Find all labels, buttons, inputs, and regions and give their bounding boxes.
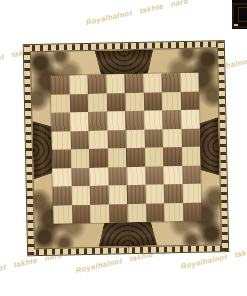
walnut-trapezoid-decoration (199, 117, 219, 175)
board-square (106, 74, 125, 93)
board-square (127, 185, 146, 204)
board-square (182, 165, 201, 184)
board-square (126, 166, 145, 185)
board-square (145, 166, 164, 185)
board-square (53, 205, 72, 224)
board-square (125, 92, 144, 111)
board-square (51, 112, 70, 131)
walnut-trapezoid-decoration (32, 121, 52, 179)
board-square (107, 111, 126, 130)
board-square (182, 184, 201, 203)
board-square (72, 204, 91, 223)
board-square (144, 129, 163, 148)
board-square (180, 91, 199, 110)
logo-frame-inner (238, 7, 247, 22)
board-square (89, 130, 108, 149)
board-square (107, 130, 126, 149)
board-square (146, 203, 165, 222)
board-square (181, 110, 200, 129)
chess-board (23, 40, 229, 256)
board-square (52, 131, 71, 150)
board-square (50, 75, 69, 94)
board-square (126, 148, 145, 167)
board-square (88, 112, 107, 131)
product-photo: Royalhalnot takhte nard Royalhalnot takh… (0, 0, 247, 296)
board-square (90, 204, 109, 223)
board-square (106, 93, 125, 112)
board-square (162, 92, 181, 111)
board-square (143, 92, 162, 111)
board-square (69, 75, 88, 94)
board-square (71, 167, 90, 186)
board-square (163, 129, 182, 148)
logo-mark (234, 24, 238, 26)
board-square (89, 167, 108, 186)
brand-logo-icon (232, 0, 247, 29)
board-square (107, 148, 126, 167)
board-square (126, 129, 145, 148)
board-square (52, 149, 71, 168)
board-square (144, 110, 163, 129)
board-square (108, 185, 127, 204)
board-square (144, 147, 163, 166)
board-square (145, 184, 164, 203)
board-square (162, 110, 181, 129)
board-square (124, 74, 143, 93)
board-square (108, 167, 127, 186)
board-square (89, 149, 108, 168)
board-square (70, 112, 89, 131)
board-square (183, 202, 202, 221)
board-square (90, 186, 109, 205)
board-square (51, 94, 70, 113)
board-square (164, 203, 183, 222)
board-square (52, 168, 71, 187)
board-square (70, 131, 89, 150)
board-square (127, 203, 146, 222)
board-square (163, 166, 182, 185)
board-square (181, 147, 200, 166)
board-square (69, 94, 88, 113)
board-square (109, 204, 128, 223)
watermark-text: Royalhalnot takhte nard (85, 0, 189, 27)
board-square (71, 186, 90, 205)
board-square (88, 93, 107, 112)
board-square (163, 147, 182, 166)
board-square (180, 73, 199, 92)
board-square (143, 73, 162, 92)
board-square (87, 75, 106, 94)
board-square (70, 149, 89, 168)
board-square (125, 111, 144, 130)
board-square (181, 128, 200, 147)
board-square (161, 73, 180, 92)
board-square (53, 186, 72, 205)
board-square (164, 184, 183, 203)
